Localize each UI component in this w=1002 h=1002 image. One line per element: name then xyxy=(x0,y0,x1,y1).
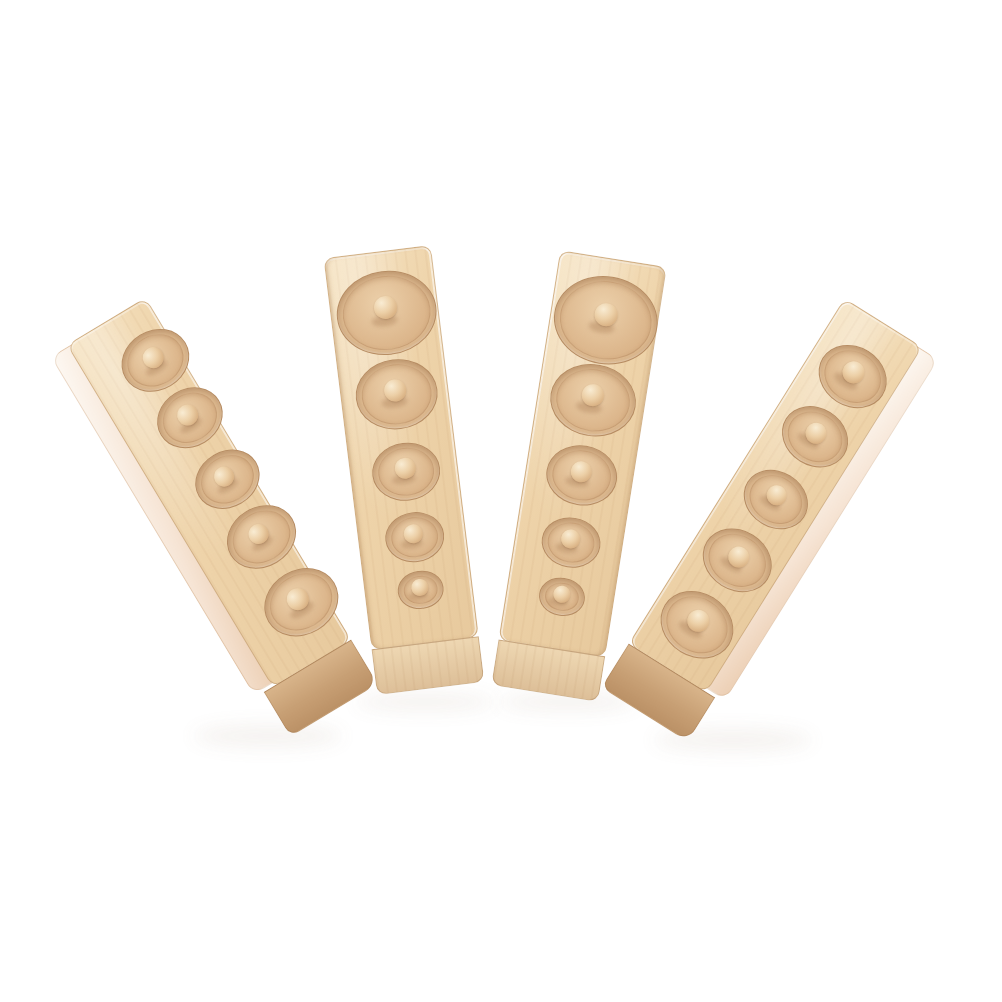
block-outer-left xyxy=(50,297,379,742)
block-outer-right xyxy=(601,298,940,747)
block-inner-left xyxy=(324,245,485,696)
block-top-face xyxy=(67,297,352,687)
block-top-face xyxy=(324,245,479,650)
ground-shadow-1 xyxy=(193,724,343,748)
block-top-face xyxy=(628,298,922,693)
block-top-face xyxy=(498,250,666,657)
product-photo xyxy=(0,0,1002,1002)
ground-shadow-2 xyxy=(355,692,495,712)
